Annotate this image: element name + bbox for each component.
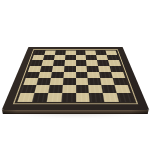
square-f3 <box>88 78 102 85</box>
square-c3 <box>49 78 63 85</box>
chessboard-grid <box>17 50 134 102</box>
square-e1 <box>76 93 91 102</box>
square-c2 <box>48 85 63 93</box>
square-d1 <box>61 93 76 102</box>
square-c1 <box>46 93 61 102</box>
square-h1 <box>117 93 134 102</box>
square-e3 <box>76 78 89 85</box>
product-photo <box>0 0 150 150</box>
chessboard <box>2 47 150 110</box>
inlay-line <box>13 49 139 104</box>
square-h3 <box>113 78 128 85</box>
square-d3 <box>62 78 75 85</box>
square-f2 <box>89 85 104 93</box>
square-h2 <box>115 85 131 93</box>
square-d2 <box>62 85 76 93</box>
square-e2 <box>76 85 90 93</box>
board-front-edge <box>2 110 149 115</box>
